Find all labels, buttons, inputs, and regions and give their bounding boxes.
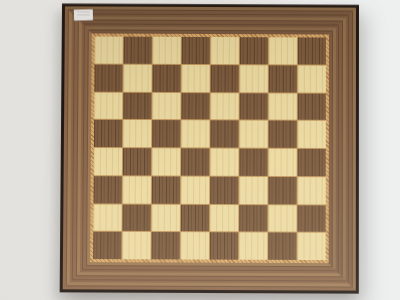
square-e7: [211, 65, 239, 92]
square-e6: [210, 93, 238, 120]
inlay-trim: [90, 33, 329, 263]
square-a2: [93, 204, 121, 231]
square-b3: [123, 176, 151, 203]
square-h7: [298, 65, 326, 92]
square-a1: [93, 232, 121, 259]
square-g3: [268, 177, 296, 204]
square-g1: [268, 233, 296, 260]
square-b7: [123, 64, 151, 91]
photo-background: [0, 0, 400, 300]
square-f3: [239, 177, 267, 204]
square-d2: [181, 204, 209, 231]
square-e1: [210, 233, 238, 260]
square-f6: [240, 93, 268, 120]
square-g2: [268, 205, 296, 232]
square-c1: [152, 232, 180, 259]
walnut-border-right: [329, 8, 356, 291]
square-g8: [269, 37, 297, 64]
lot-sticker: [74, 9, 93, 21]
square-f8: [240, 37, 268, 64]
square-e8: [211, 37, 239, 64]
square-d8: [182, 37, 210, 64]
square-g4: [269, 149, 297, 176]
square-g5: [269, 121, 297, 148]
square-f1: [239, 233, 267, 260]
walnut-border-left: [63, 6, 92, 289]
square-c4: [152, 148, 180, 175]
walnut-border-bottom: [63, 262, 356, 291]
square-b8: [124, 37, 152, 64]
sticker-writing: [77, 11, 90, 17]
square-b6: [123, 92, 151, 119]
square-d5: [181, 120, 209, 147]
square-d3: [181, 176, 209, 203]
square-d7: [182, 65, 210, 92]
square-e5: [210, 121, 238, 148]
square-h6: [298, 93, 326, 120]
square-a5: [94, 120, 122, 147]
square-a6: [94, 92, 122, 119]
square-c6: [152, 92, 180, 119]
square-f2: [239, 205, 267, 232]
square-f7: [240, 65, 268, 92]
chess-board: [60, 3, 359, 293]
square-c5: [152, 120, 180, 147]
square-f5: [239, 121, 267, 148]
square-h1: [297, 233, 325, 260]
square-c2: [152, 204, 180, 231]
square-e4: [210, 148, 238, 175]
square-h5: [298, 121, 326, 148]
square-g6: [269, 93, 297, 120]
square-d1: [181, 232, 209, 259]
square-h4: [298, 149, 326, 176]
square-a8: [95, 37, 123, 64]
square-c7: [152, 65, 180, 92]
square-f4: [239, 149, 267, 176]
square-b2: [123, 204, 151, 231]
square-h2: [298, 205, 326, 232]
square-h8: [298, 37, 326, 64]
square-a4: [94, 148, 122, 175]
square-c8: [153, 37, 181, 64]
board-squares: [93, 37, 326, 261]
square-a3: [94, 176, 122, 203]
walnut-border: [63, 6, 356, 290]
square-a7: [94, 64, 122, 91]
square-e2: [210, 204, 238, 231]
square-e3: [210, 176, 238, 203]
walnut-border-top: [65, 6, 356, 34]
square-b1: [122, 232, 150, 259]
square-d6: [181, 93, 209, 120]
square-g7: [269, 65, 297, 92]
square-c3: [152, 176, 180, 203]
square-b4: [123, 148, 151, 175]
square-d4: [181, 148, 209, 175]
square-b5: [123, 120, 151, 147]
square-h3: [298, 177, 326, 204]
